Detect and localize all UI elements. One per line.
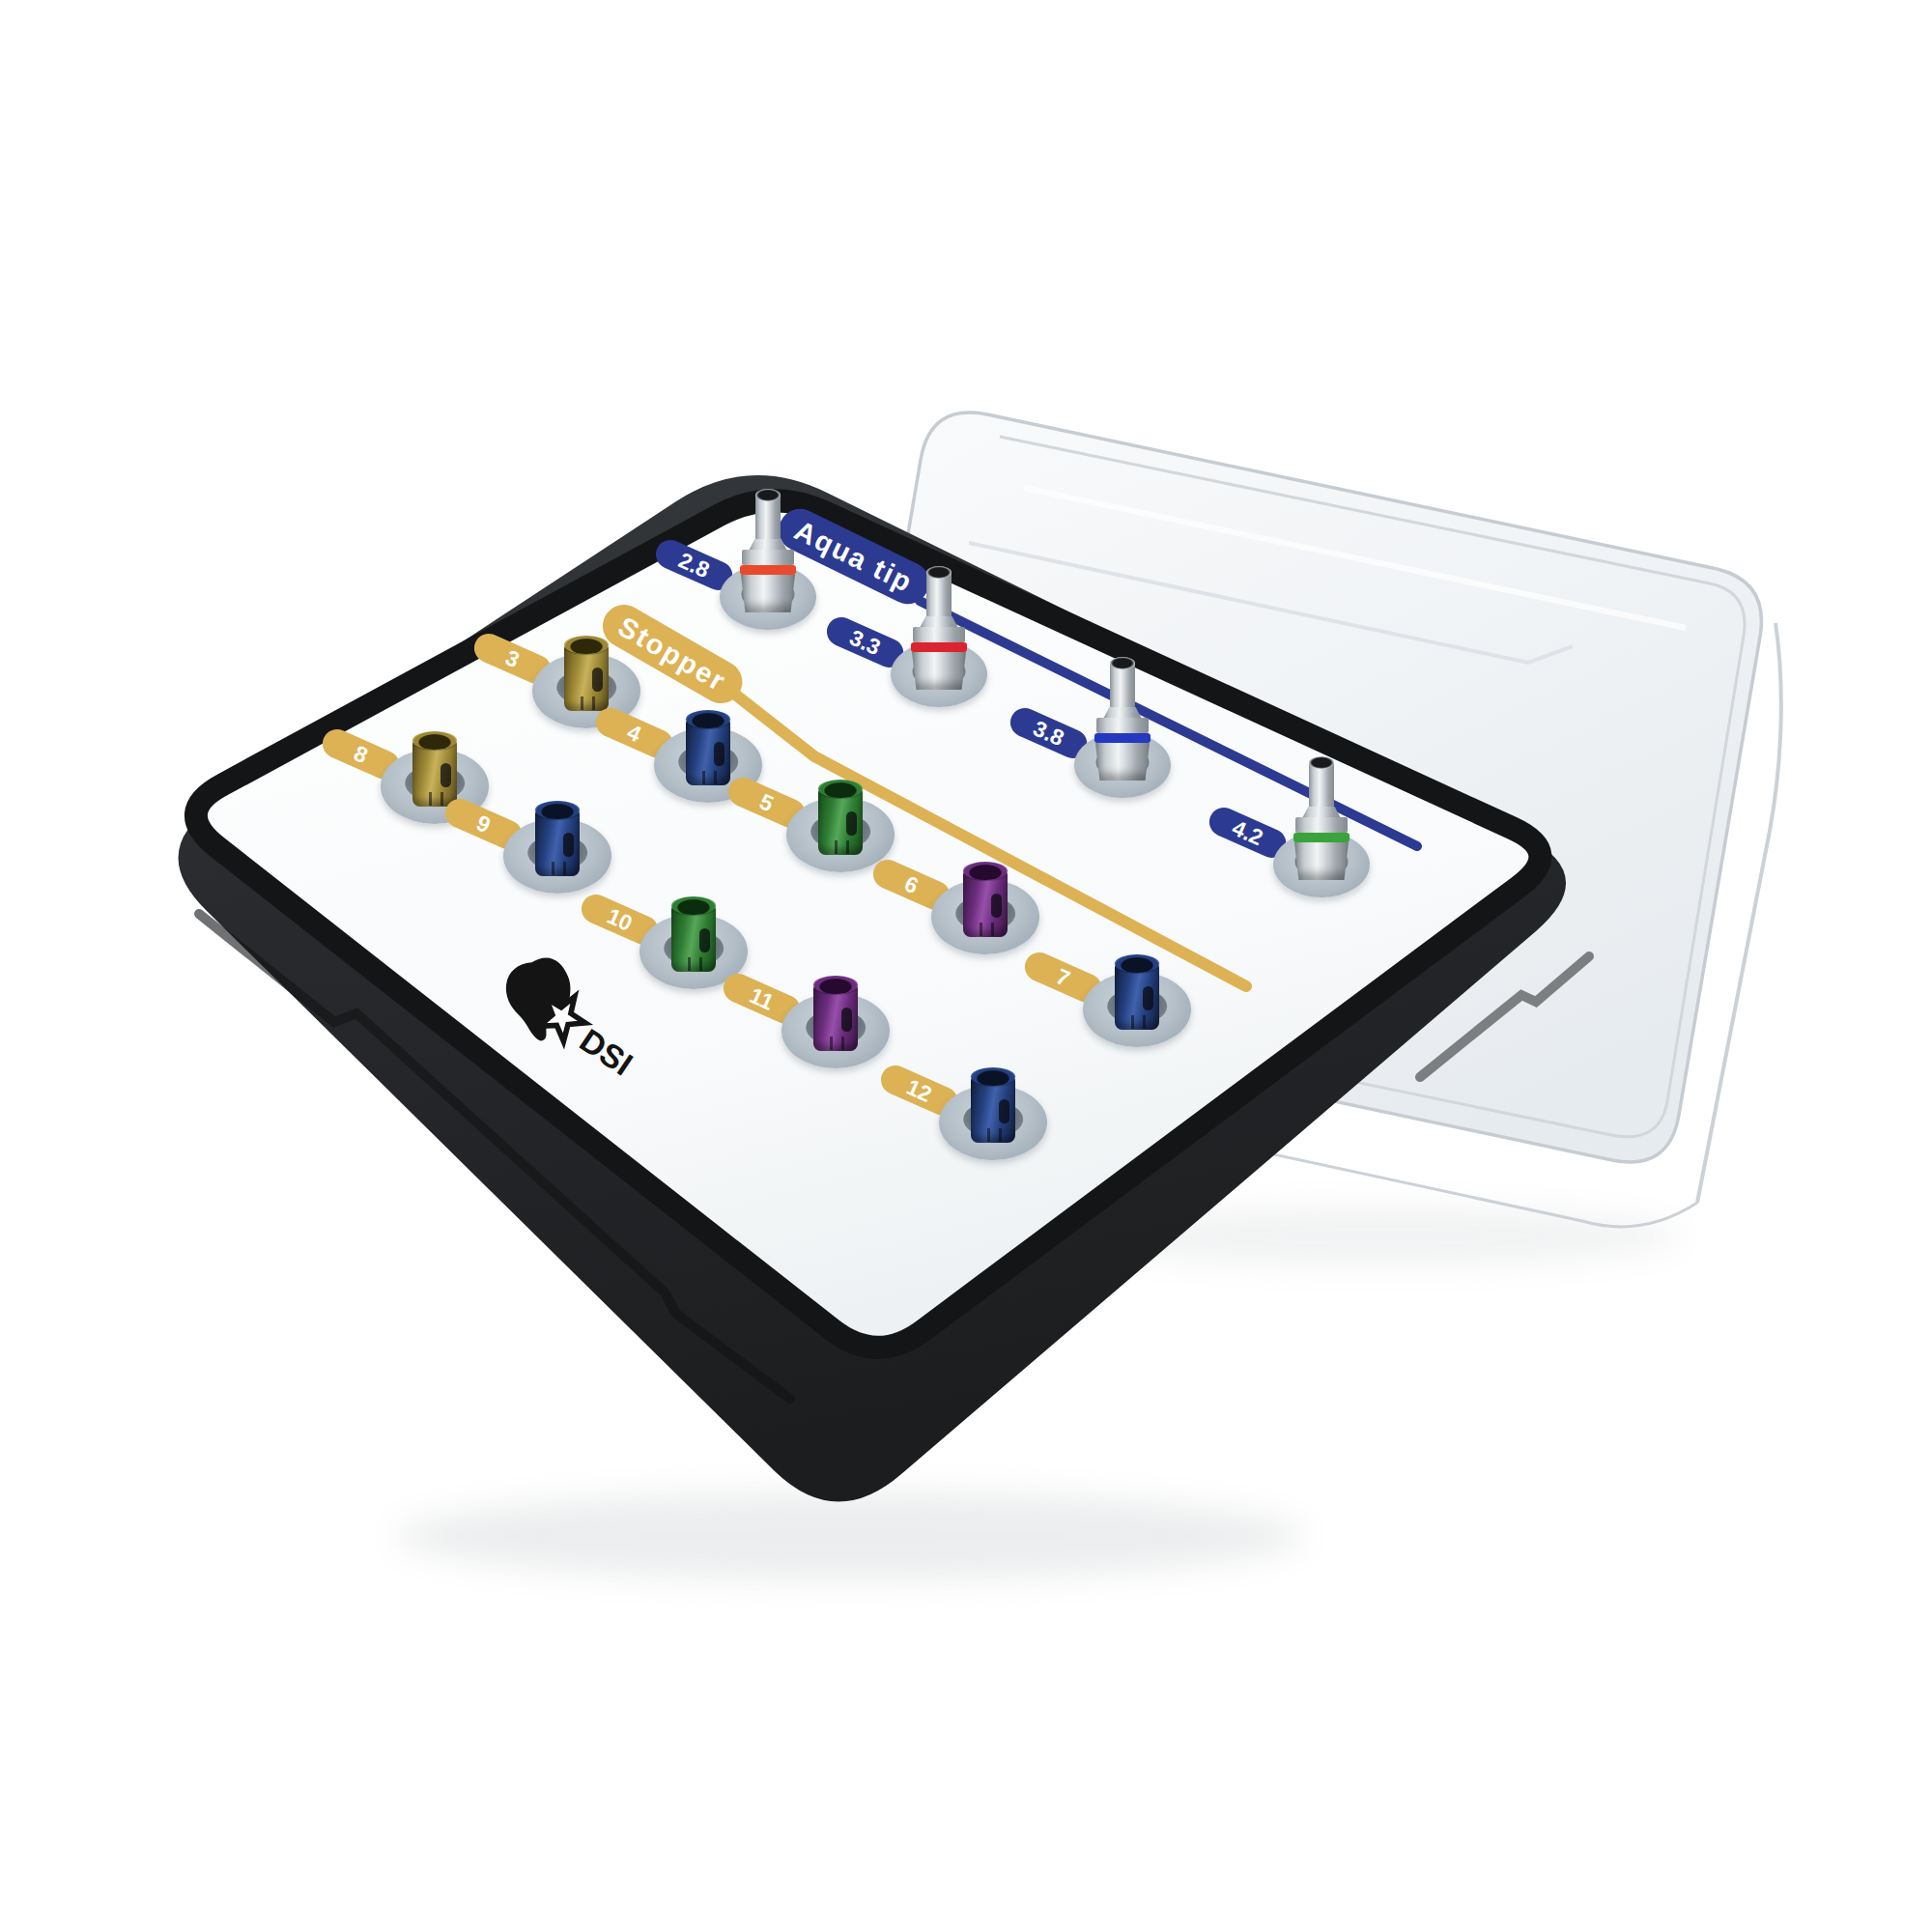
stopper-body [818, 788, 863, 855]
stopper-top-opening [412, 731, 457, 750]
tip-tube [1309, 762, 1334, 808]
tip-opening [1309, 756, 1334, 769]
stopper-11 [813, 976, 858, 1051]
tip-base [741, 575, 795, 612]
stopper-5 [818, 780, 863, 855]
stopper-body [971, 1076, 1015, 1143]
tip-tube [1110, 663, 1135, 708]
stopper-12-slot: 12 [939, 1085, 1047, 1160]
stopper-top-opening [818, 780, 863, 798]
tip-nut [1295, 817, 1348, 833]
case-shadow [396, 1492, 1304, 1580]
stopper-body [412, 740, 457, 807]
tip-opening [1110, 657, 1135, 669]
tip-tube [926, 572, 952, 617]
stopper-6-slot: 6 [931, 879, 1039, 954]
stopper-body [963, 870, 1008, 937]
tip-color-ring [1094, 733, 1151, 743]
stopper-body [564, 644, 609, 711]
stopper-9-slot: 9 [503, 818, 611, 894]
stopper-11-slot: 11 [781, 993, 890, 1068]
aqua-tip-4.2 [1291, 756, 1352, 880]
stopper-body [813, 984, 858, 1051]
stopper-12 [971, 1067, 1015, 1143]
tip-base [912, 652, 966, 690]
aqua-tip-2.8-slot: 2.8 [720, 564, 816, 630]
stopper-top-opening [671, 896, 716, 915]
stopper-body [535, 810, 580, 876]
stopper-body [686, 719, 730, 785]
tip-base [1095, 743, 1150, 781]
aqua-tip-3.3-slot: 3.3 [891, 641, 987, 707]
tip-color-ring [911, 642, 967, 652]
stopper-7-slot: 7 [1083, 972, 1191, 1047]
stopper-9 [535, 801, 580, 876]
aqua-tip-3.8 [1092, 657, 1153, 781]
tip-opening [926, 566, 952, 579]
aqua-tip-2.8 [737, 489, 799, 612]
tip-color-ring [1293, 833, 1350, 842]
product-photo-dental-kit: DSI Aqua tip Stopper 2.8 3.3 3 [0, 0, 1932, 1932]
stopper-top-opening [813, 976, 858, 994]
aqua-tip-3.3 [908, 566, 970, 690]
scene-background: DSI [0, 0, 1932, 1932]
stopper-body [671, 905, 716, 972]
stopper-top-opening [686, 710, 730, 728]
stopper-6 [963, 862, 1008, 937]
tip-nut [742, 550, 794, 565]
stopper-8 [412, 731, 457, 807]
stopper-3 [564, 636, 609, 711]
stopper-body [1115, 963, 1159, 1030]
aqua-tip-3.8-slot: 3.8 [1074, 732, 1171, 798]
stopper-4 [686, 710, 730, 785]
tip-opening [755, 489, 781, 501]
tip-nut [1096, 718, 1149, 733]
stopper-top-opening [535, 801, 580, 819]
tip-tube [755, 495, 781, 540]
tip-base [1294, 842, 1349, 880]
aqua-tip-4.2-slot: 4.2 [1273, 832, 1370, 897]
stopper-top-opening [971, 1067, 1015, 1086]
stopper-7 [1115, 954, 1159, 1030]
stopper-5-slot: 5 [786, 797, 895, 872]
tip-nut [913, 627, 965, 642]
stopper-top-opening [963, 862, 1008, 880]
stopper-top-opening [564, 636, 609, 654]
stopper-10 [671, 896, 716, 972]
tip-color-ring [740, 565, 796, 575]
stopper-top-opening [1115, 954, 1159, 973]
